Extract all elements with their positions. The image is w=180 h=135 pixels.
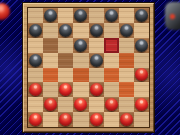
black-piece-r0c7[interactable]: [135, 9, 148, 22]
square-r2c2: [58, 38, 73, 53]
square-r6c7[interactable]: [134, 97, 149, 112]
black-piece-r1c4[interactable]: [90, 24, 103, 37]
square-r7c0[interactable]: [28, 112, 43, 127]
square-r1c0[interactable]: [28, 23, 43, 38]
square-r2c3[interactable]: [73, 38, 88, 53]
square-r5c7: [134, 82, 149, 97]
square-r2c7[interactable]: [134, 38, 149, 53]
red-piece-r7c0[interactable]: [29, 113, 42, 126]
square-r2c5[interactable]: [104, 38, 119, 53]
square-r0c5[interactable]: [104, 8, 119, 23]
square-r1c5: [104, 23, 119, 38]
blurred-red-piece-decor: [0, 3, 10, 20]
square-r3c7: [134, 53, 149, 68]
red-piece-r4c7[interactable]: [135, 68, 148, 81]
square-r6c5[interactable]: [104, 97, 119, 112]
square-r1c4[interactable]: [89, 23, 104, 38]
black-piece-r0c3[interactable]: [74, 9, 87, 22]
square-r2c1[interactable]: [43, 38, 58, 53]
square-r7c4[interactable]: [89, 112, 104, 127]
red-piece-r7c6[interactable]: [120, 113, 133, 126]
square-r2c6: [119, 38, 134, 53]
red-piece-r6c7[interactable]: [135, 98, 148, 111]
square-r2c0: [28, 38, 43, 53]
square-r3c6[interactable]: [119, 53, 134, 68]
square-r6c3[interactable]: [73, 97, 88, 112]
red-piece-r6c5[interactable]: [105, 98, 118, 111]
square-r3c2[interactable]: [58, 53, 73, 68]
black-piece-r1c6[interactable]: [120, 24, 133, 37]
square-r2c4: [89, 38, 104, 53]
square-r0c1[interactable]: [43, 8, 58, 23]
square-r5c1: [43, 82, 58, 97]
square-r1c7: [134, 23, 149, 38]
square-r5c3: [73, 82, 88, 97]
red-piece-r6c3[interactable]: [74, 98, 87, 111]
square-r3c3: [73, 53, 88, 68]
square-r6c2: [58, 97, 73, 112]
square-r4c2: [58, 68, 73, 83]
square-r0c0: [28, 8, 43, 23]
black-piece-r1c2[interactable]: [59, 24, 72, 37]
square-r3c0[interactable]: [28, 53, 43, 68]
square-r3c5: [104, 53, 119, 68]
square-r5c4[interactable]: [89, 82, 104, 97]
square-r4c1[interactable]: [43, 68, 58, 83]
black-piece-r3c4[interactable]: [90, 54, 103, 67]
red-piece-r5c0[interactable]: [29, 83, 42, 96]
black-piece-r0c5[interactable]: [105, 9, 118, 22]
square-r5c2[interactable]: [58, 82, 73, 97]
square-r3c1: [43, 53, 58, 68]
square-r1c6[interactable]: [119, 23, 134, 38]
square-r7c1: [43, 112, 58, 127]
square-r0c2: [58, 8, 73, 23]
game-background: [0, 0, 180, 135]
board-grid: [28, 8, 149, 127]
square-r6c4: [89, 97, 104, 112]
red-piece-r7c4[interactable]: [90, 113, 103, 126]
square-r7c2[interactable]: [58, 112, 73, 127]
square-r7c5: [104, 112, 119, 127]
square-r4c7[interactable]: [134, 68, 149, 83]
square-r4c5[interactable]: [104, 68, 119, 83]
black-piece-r1c0[interactable]: [29, 24, 42, 37]
square-r1c1: [43, 23, 58, 38]
square-r7c6[interactable]: [119, 112, 134, 127]
square-r7c7: [134, 112, 149, 127]
square-r4c4: [89, 68, 104, 83]
square-r5c5: [104, 82, 119, 97]
square-r0c7[interactable]: [134, 8, 149, 23]
square-r5c6[interactable]: [119, 82, 134, 97]
square-r4c3[interactable]: [73, 68, 88, 83]
square-r1c3: [73, 23, 88, 38]
square-r1c2[interactable]: [58, 23, 73, 38]
square-r0c6: [119, 8, 134, 23]
black-piece-r2c3[interactable]: [74, 39, 87, 52]
square-r6c1[interactable]: [43, 97, 58, 112]
checkers-board: [22, 2, 155, 133]
square-r5c0[interactable]: [28, 82, 43, 97]
square-r6c6: [119, 97, 134, 112]
red-piece-r5c2[interactable]: [59, 83, 72, 96]
square-r0c4: [89, 8, 104, 23]
black-piece-r3c0[interactable]: [29, 54, 42, 67]
blurred-gray-piece-decor: [165, 2, 180, 30]
red-piece-r5c4[interactable]: [90, 83, 103, 96]
square-r4c6: [119, 68, 134, 83]
square-r3c4[interactable]: [89, 53, 104, 68]
red-piece-r7c2[interactable]: [59, 113, 72, 126]
square-r6c0: [28, 97, 43, 112]
black-piece-r0c1[interactable]: [44, 9, 57, 22]
black-piece-r2c7[interactable]: [135, 39, 148, 52]
square-r7c3: [73, 112, 88, 127]
square-r4c0: [28, 68, 43, 83]
square-r0c3[interactable]: [73, 8, 88, 23]
red-piece-r6c1[interactable]: [44, 98, 57, 111]
